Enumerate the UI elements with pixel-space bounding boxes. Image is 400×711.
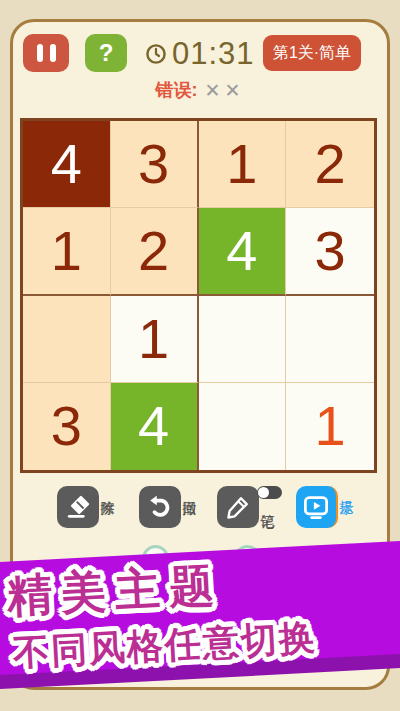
cell-r2c4[interactable]: 3 — [286, 208, 374, 295]
erase-button[interactable] — [57, 486, 99, 528]
help-label: ? — [99, 39, 114, 67]
cell-r3c1[interactable] — [23, 296, 111, 383]
pause-button[interactable] — [23, 34, 69, 72]
undo-label: 撤回 — [182, 489, 197, 491]
undo-icon — [146, 493, 174, 521]
sudoku-board: 431212431341 — [20, 118, 377, 473]
eraser-icon — [64, 493, 92, 521]
pause-icon — [50, 44, 56, 62]
notes-button[interactable] — [217, 486, 259, 528]
timer-text: 01:31 — [172, 36, 255, 72]
cell-r1c4[interactable]: 2 — [286, 121, 374, 208]
hint-label: 提示 — [339, 489, 354, 491]
timer: 01:31 — [144, 38, 255, 70]
cell-r4c4[interactable]: 1 — [286, 383, 374, 470]
level-badge: 第1关·简单 — [263, 35, 361, 71]
pause-icon — [37, 44, 43, 62]
error-marks: ✕✕ — [205, 79, 245, 102]
notes-label: 笔记 — [260, 503, 275, 505]
undo-button[interactable] — [139, 486, 181, 528]
cell-r2c2[interactable]: 2 — [111, 208, 199, 295]
cell-r2c3[interactable]: 4 — [199, 208, 287, 295]
clock-icon — [144, 42, 168, 66]
cell-r3c2[interactable]: 1 — [111, 296, 199, 383]
cell-r4c1[interactable]: 3 — [23, 383, 111, 470]
cell-r3c3[interactable] — [199, 296, 287, 383]
video-play-icon — [301, 492, 331, 522]
error-label: 错误: — [156, 78, 198, 102]
cell-r2c1[interactable]: 1 — [23, 208, 111, 295]
cell-r3c4[interactable] — [286, 296, 374, 383]
error-row: 错误: ✕✕ — [0, 78, 400, 102]
hint-button[interactable] — [296, 486, 338, 528]
cell-r4c2[interactable]: 4 — [111, 383, 199, 470]
cell-r1c3[interactable]: 1 — [199, 121, 287, 208]
pencil-icon — [224, 493, 252, 521]
toggle-knob — [258, 487, 269, 498]
cell-r4c3[interactable] — [199, 383, 287, 470]
level-label: 第1关·简单 — [273, 43, 351, 64]
erase-label: 擦除 — [100, 489, 115, 491]
help-button[interactable]: ? — [85, 34, 127, 72]
cell-r1c2[interactable]: 3 — [111, 121, 199, 208]
promo-banner[interactable]: 精美主题 不同风格任意切换 — [0, 538, 400, 677]
cell-r1c1[interactable]: 4 — [23, 121, 111, 208]
notes-toggle[interactable] — [257, 486, 282, 499]
game-screen: ? 01:31 第1关·简单 错误: ✕✕ 431212431341 擦除 撤回 — [0, 0, 400, 711]
